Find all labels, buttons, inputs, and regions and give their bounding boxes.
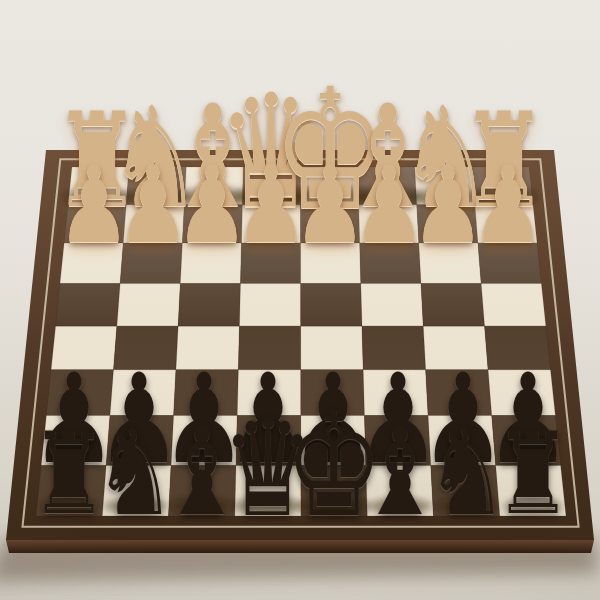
square-b4[interactable]: [117, 284, 180, 327]
piece-white-pawn-h2[interactable]: ♟: [471, 152, 544, 259]
square-a4[interactable]: [56, 284, 121, 327]
square-g4[interactable]: [421, 284, 485, 327]
chess-photo-scene: ♜♞♝♛♚♝♞♜♟♟♟♟♟♟♟♟♟♟♟♟♟♟♟♟♜♞♝♛♚♝♞♜: [0, 0, 600, 600]
square-c4[interactable]: [178, 284, 240, 327]
square-d4[interactable]: [239, 284, 300, 327]
piece-black-rook-h8[interactable]: ♜: [494, 418, 571, 531]
square-h4[interactable]: [481, 284, 546, 327]
square-e4[interactable]: [301, 284, 362, 327]
square-f4[interactable]: [361, 284, 423, 327]
